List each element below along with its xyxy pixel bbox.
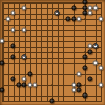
white-stone bbox=[98, 65, 103, 70]
star-point bbox=[51, 51, 53, 53]
stone-label: C bbox=[23, 55, 26, 59]
white-stone bbox=[98, 16, 103, 21]
stone-label: A bbox=[56, 11, 59, 15]
stone-label: B bbox=[94, 44, 97, 48]
star-point bbox=[51, 18, 53, 20]
star-point bbox=[51, 84, 53, 86]
go-board-screenshot: ABC bbox=[0, 0, 105, 105]
star-point bbox=[84, 84, 86, 86]
white-stone bbox=[98, 82, 103, 87]
black-stone bbox=[49, 98, 54, 103]
star-point bbox=[18, 18, 20, 20]
star-point bbox=[18, 51, 20, 53]
star-point bbox=[84, 51, 86, 53]
star-point bbox=[84, 18, 86, 20]
go-board[interactable]: ABC bbox=[0, 0, 105, 105]
